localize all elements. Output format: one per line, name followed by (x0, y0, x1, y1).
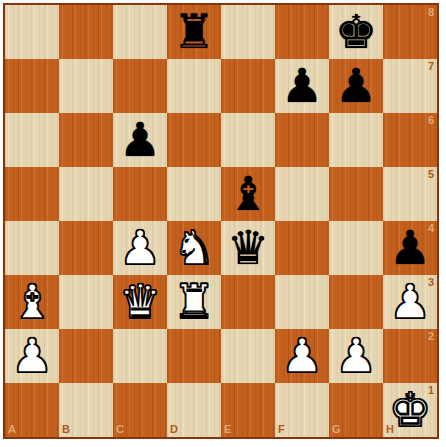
square-f4[interactable] (275, 221, 329, 275)
square-h5[interactable]: 5 (383, 167, 437, 221)
file-label-b: B (62, 424, 70, 435)
square-f1[interactable]: F (275, 383, 329, 437)
square-f2[interactable]: ♟ (275, 329, 329, 383)
square-b3[interactable] (59, 275, 113, 329)
file-label-g: G (332, 424, 341, 435)
piece-black-pawn-h4[interactable]: ♟ (383, 221, 437, 275)
square-d3[interactable]: ♜ (167, 275, 221, 329)
square-f5[interactable] (275, 167, 329, 221)
piece-black-pawn-f7[interactable]: ♟ (275, 59, 329, 113)
square-e2[interactable] (221, 329, 275, 383)
square-c5[interactable] (113, 167, 167, 221)
square-f6[interactable] (275, 113, 329, 167)
square-h2[interactable]: 2 (383, 329, 437, 383)
square-a6[interactable] (5, 113, 59, 167)
square-c8[interactable] (113, 5, 167, 59)
square-b4[interactable] (59, 221, 113, 275)
square-a3[interactable]: ♝ (5, 275, 59, 329)
square-g5[interactable] (329, 167, 383, 221)
piece-black-rook-d8[interactable]: ♜ (167, 5, 221, 59)
square-g7[interactable]: ♟ (329, 59, 383, 113)
rank-label-6: 6 (428, 115, 434, 126)
square-a5[interactable] (5, 167, 59, 221)
square-f8[interactable] (275, 5, 329, 59)
piece-white-pawn-a2[interactable]: ♟ (5, 329, 59, 383)
square-a1[interactable]: A (5, 383, 59, 437)
square-c2[interactable] (113, 329, 167, 383)
square-h7[interactable]: 7 (383, 59, 437, 113)
square-h6[interactable]: 6 (383, 113, 437, 167)
square-f7[interactable]: ♟ (275, 59, 329, 113)
file-label-c: C (116, 424, 124, 435)
piece-white-knight-d4[interactable]: ♞ (167, 221, 221, 275)
square-b2[interactable] (59, 329, 113, 383)
square-d5[interactable] (167, 167, 221, 221)
piece-black-queen-e4[interactable]: ♛ (221, 221, 275, 275)
chess-board: ♜♚8♟♟7♟6♝5♟♞♛4♟♝♛♜3♟♟♟♟2ABCDEFG1H♚ (5, 5, 437, 437)
rank-label-2: 2 (428, 331, 434, 342)
square-g6[interactable] (329, 113, 383, 167)
file-label-e: E (224, 424, 231, 435)
piece-black-pawn-c6[interactable]: ♟ (113, 113, 167, 167)
piece-white-pawn-c4[interactable]: ♟ (113, 221, 167, 275)
square-e4[interactable]: ♛ (221, 221, 275, 275)
piece-white-pawn-h3[interactable]: ♟ (383, 275, 437, 329)
piece-black-bishop-e5[interactable]: ♝ (221, 167, 275, 221)
file-label-a: A (8, 424, 16, 435)
chessboard-frame: ♜♚8♟♟7♟6♝5♟♞♛4♟♝♛♜3♟♟♟♟2ABCDEFG1H♚ (3, 3, 439, 439)
square-d2[interactable] (167, 329, 221, 383)
piece-white-pawn-g2[interactable]: ♟ (329, 329, 383, 383)
piece-white-king-h1[interactable]: ♚ (383, 383, 437, 437)
square-h1[interactable]: 1H♚ (383, 383, 437, 437)
rank-label-5: 5 (428, 169, 434, 180)
square-d8[interactable]: ♜ (167, 5, 221, 59)
square-c6[interactable]: ♟ (113, 113, 167, 167)
square-a2[interactable]: ♟ (5, 329, 59, 383)
square-f3[interactable] (275, 275, 329, 329)
square-e8[interactable] (221, 5, 275, 59)
square-g2[interactable]: ♟ (329, 329, 383, 383)
square-d1[interactable]: D (167, 383, 221, 437)
square-d7[interactable] (167, 59, 221, 113)
square-h3[interactable]: 3♟ (383, 275, 437, 329)
file-label-d: D (170, 424, 178, 435)
square-h4[interactable]: 4♟ (383, 221, 437, 275)
square-g4[interactable] (329, 221, 383, 275)
square-b7[interactable] (59, 59, 113, 113)
square-c3[interactable]: ♛ (113, 275, 167, 329)
square-e3[interactable] (221, 275, 275, 329)
square-e5[interactable]: ♝ (221, 167, 275, 221)
rank-label-8: 8 (428, 7, 434, 18)
square-g1[interactable]: G (329, 383, 383, 437)
square-c4[interactable]: ♟ (113, 221, 167, 275)
piece-white-pawn-f2[interactable]: ♟ (275, 329, 329, 383)
piece-white-rook-d3[interactable]: ♜ (167, 275, 221, 329)
piece-white-bishop-a3[interactable]: ♝ (5, 275, 59, 329)
square-a8[interactable] (5, 5, 59, 59)
square-d6[interactable] (167, 113, 221, 167)
piece-black-pawn-g7[interactable]: ♟ (329, 59, 383, 113)
square-b6[interactable] (59, 113, 113, 167)
rank-label-7: 7 (428, 61, 434, 72)
square-g8[interactable]: ♚ (329, 5, 383, 59)
square-e6[interactable] (221, 113, 275, 167)
square-c7[interactable] (113, 59, 167, 113)
square-a7[interactable] (5, 59, 59, 113)
square-b5[interactable] (59, 167, 113, 221)
file-label-f: F (278, 424, 285, 435)
square-c1[interactable]: C (113, 383, 167, 437)
piece-black-king-g8[interactable]: ♚ (329, 5, 383, 59)
square-e1[interactable]: E (221, 383, 275, 437)
square-h8[interactable]: 8 (383, 5, 437, 59)
square-b8[interactable] (59, 5, 113, 59)
square-e7[interactable] (221, 59, 275, 113)
square-d4[interactable]: ♞ (167, 221, 221, 275)
square-b1[interactable]: B (59, 383, 113, 437)
piece-white-queen-c3[interactable]: ♛ (113, 275, 167, 329)
square-a4[interactable] (5, 221, 59, 275)
square-g3[interactable] (329, 275, 383, 329)
